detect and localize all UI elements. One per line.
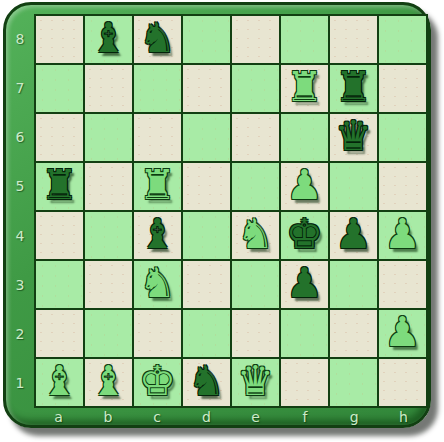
square-h6[interactable] — [379, 114, 426, 161]
square-a4[interactable] — [36, 212, 83, 259]
square-h4[interactable]: ♟ — [379, 212, 426, 259]
square-e2[interactable] — [232, 310, 279, 357]
square-h3[interactable] — [379, 261, 426, 308]
board-frame: 87654321 ♝♞♜♜♛♜♜♟♝♞♚♟♟♞♟♟♝♝♚♞♛ abcdefgh — [3, 2, 431, 428]
piece-black-pawn[interactable]: ♟ — [286, 260, 323, 307]
square-f5[interactable]: ♟ — [281, 163, 328, 210]
square-h7[interactable] — [379, 65, 426, 112]
square-b2[interactable] — [85, 310, 132, 357]
square-e7[interactable] — [232, 65, 279, 112]
square-h2[interactable]: ♟ — [379, 310, 426, 357]
square-d3[interactable] — [183, 261, 230, 308]
square-a3[interactable] — [36, 261, 83, 308]
square-e8[interactable] — [232, 16, 279, 63]
rank-label-1: 1 — [6, 359, 34, 408]
piece-white-knight[interactable]: ♞ — [237, 211, 274, 258]
square-g7[interactable]: ♜ — [330, 65, 377, 112]
square-e4[interactable]: ♞ — [232, 212, 279, 259]
square-d5[interactable] — [183, 163, 230, 210]
square-d1[interactable]: ♞ — [183, 359, 230, 406]
square-a1[interactable]: ♝ — [36, 359, 83, 406]
square-f3[interactable]: ♟ — [281, 261, 328, 308]
square-f6[interactable] — [281, 114, 328, 161]
piece-white-knight[interactable]: ♞ — [139, 260, 176, 307]
square-d6[interactable] — [183, 114, 230, 161]
square-d2[interactable] — [183, 310, 230, 357]
square-c8[interactable]: ♞ — [134, 16, 181, 63]
rank-label-3: 3 — [6, 260, 34, 309]
piece-white-bishop[interactable]: ♝ — [41, 358, 78, 405]
square-g2[interactable] — [330, 310, 377, 357]
square-f8[interactable] — [281, 16, 328, 63]
piece-white-king[interactable]: ♚ — [139, 358, 176, 405]
square-c3[interactable]: ♞ — [134, 261, 181, 308]
square-e6[interactable] — [232, 114, 279, 161]
piece-black-rook[interactable]: ♜ — [41, 162, 78, 209]
square-c1[interactable]: ♚ — [134, 359, 181, 406]
square-f7[interactable]: ♜ — [281, 65, 328, 112]
square-g6[interactable]: ♛ — [330, 114, 377, 161]
piece-black-bishop[interactable]: ♝ — [90, 15, 127, 62]
piece-white-pawn[interactable]: ♟ — [286, 162, 323, 209]
file-labels: abcdefgh — [34, 408, 428, 430]
square-b8[interactable]: ♝ — [85, 16, 132, 63]
rank-label-7: 7 — [6, 63, 34, 112]
square-b4[interactable] — [85, 212, 132, 259]
square-c4[interactable]: ♝ — [134, 212, 181, 259]
square-g4[interactable]: ♟ — [330, 212, 377, 259]
square-a2[interactable] — [36, 310, 83, 357]
rank-label-8: 8 — [6, 14, 34, 63]
square-b7[interactable] — [85, 65, 132, 112]
file-label-d: d — [182, 408, 231, 430]
square-b5[interactable] — [85, 163, 132, 210]
square-b6[interactable] — [85, 114, 132, 161]
piece-black-knight[interactable]: ♞ — [139, 15, 176, 62]
piece-black-bishop[interactable]: ♝ — [139, 211, 176, 258]
piece-black-rook[interactable]: ♜ — [335, 64, 372, 111]
square-f1[interactable] — [281, 359, 328, 406]
square-g1[interactable] — [330, 359, 377, 406]
file-label-c: c — [133, 408, 182, 430]
file-label-g: g — [330, 408, 379, 430]
square-f4[interactable]: ♚ — [281, 212, 328, 259]
piece-white-bishop[interactable]: ♝ — [90, 358, 127, 405]
piece-white-pawn[interactable]: ♟ — [384, 211, 421, 258]
piece-black-king[interactable]: ♚ — [286, 211, 323, 258]
square-e1[interactable]: ♛ — [232, 359, 279, 406]
square-f2[interactable] — [281, 310, 328, 357]
chess-board[interactable]: ♝♞♜♜♛♜♜♟♝♞♚♟♟♞♟♟♝♝♚♞♛ — [34, 14, 428, 408]
square-h1[interactable] — [379, 359, 426, 406]
square-b3[interactable] — [85, 261, 132, 308]
piece-white-queen[interactable]: ♛ — [237, 358, 274, 405]
piece-white-rook[interactable]: ♜ — [286, 64, 323, 111]
square-a8[interactable] — [36, 16, 83, 63]
file-label-f: f — [280, 408, 329, 430]
rank-label-2: 2 — [6, 310, 34, 359]
board-inner: 87654321 ♝♞♜♜♛♜♜♟♝♞♚♟♟♞♟♟♝♝♚♞♛ abcdefgh — [6, 5, 428, 425]
square-e3[interactable] — [232, 261, 279, 308]
rank-labels: 87654321 — [6, 14, 34, 408]
piece-black-pawn[interactable]: ♟ — [335, 211, 372, 258]
square-a7[interactable] — [36, 65, 83, 112]
file-label-b: b — [83, 408, 132, 430]
file-label-a: a — [34, 408, 83, 430]
square-g8[interactable] — [330, 16, 377, 63]
square-h5[interactable] — [379, 163, 426, 210]
piece-white-rook[interactable]: ♜ — [139, 162, 176, 209]
square-b1[interactable]: ♝ — [85, 359, 132, 406]
file-label-h: h — [379, 408, 428, 430]
square-c5[interactable]: ♜ — [134, 163, 181, 210]
square-g5[interactable] — [330, 163, 377, 210]
square-d7[interactable] — [183, 65, 230, 112]
square-e5[interactable] — [232, 163, 279, 210]
square-h8[interactable] — [379, 16, 426, 63]
square-c2[interactable] — [134, 310, 181, 357]
square-a5[interactable]: ♜ — [36, 163, 83, 210]
square-c7[interactable] — [134, 65, 181, 112]
square-g3[interactable] — [330, 261, 377, 308]
square-a6[interactable] — [36, 114, 83, 161]
piece-black-knight[interactable]: ♞ — [188, 358, 225, 405]
square-d4[interactable] — [183, 212, 230, 259]
square-d8[interactable] — [183, 16, 230, 63]
piece-white-pawn[interactable]: ♟ — [384, 309, 421, 356]
piece-black-queen[interactable]: ♛ — [335, 113, 372, 160]
square-c6[interactable] — [134, 114, 181, 161]
rank-label-4: 4 — [6, 211, 34, 260]
file-label-e: e — [231, 408, 280, 430]
rank-label-5: 5 — [6, 162, 34, 211]
rank-label-6: 6 — [6, 113, 34, 162]
